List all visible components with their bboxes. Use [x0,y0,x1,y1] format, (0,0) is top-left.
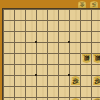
shogi-piece-pawn-1g[interactable]: 歩 [93,76,100,85]
star-point [68,74,70,76]
shogi-piece-promoted-bishop-3i[interactable]: 馬 [71,98,80,100]
hand-slot-gold[interactable]: 金 [78,0,86,8]
shogi-board[interactable]: 銀銀歩歩馬香 [2,8,100,100]
star-point [35,41,37,43]
star-point [68,41,70,43]
star-point [35,74,37,76]
gote-hand-bar: 金歩 [0,0,100,8]
shogi-piece-pawn-3g[interactable]: 歩 [71,76,80,85]
shogi-app-window: 金歩 銀銀歩歩馬香 [0,0,100,100]
shogi-piece-silver-1e[interactable]: 銀 [93,54,100,63]
hand-piece-gold[interactable]: 金 [78,1,86,8]
shogi-piece-silver-2e[interactable]: 銀 [82,54,91,63]
hand-piece-pawn[interactable]: 歩 [90,1,98,8]
shogi-piece-lance-1i[interactable]: 香 [93,98,100,100]
gote-hand-tray: 金歩 [78,0,98,8]
hand-slot-pawn[interactable]: 歩 [90,0,98,8]
